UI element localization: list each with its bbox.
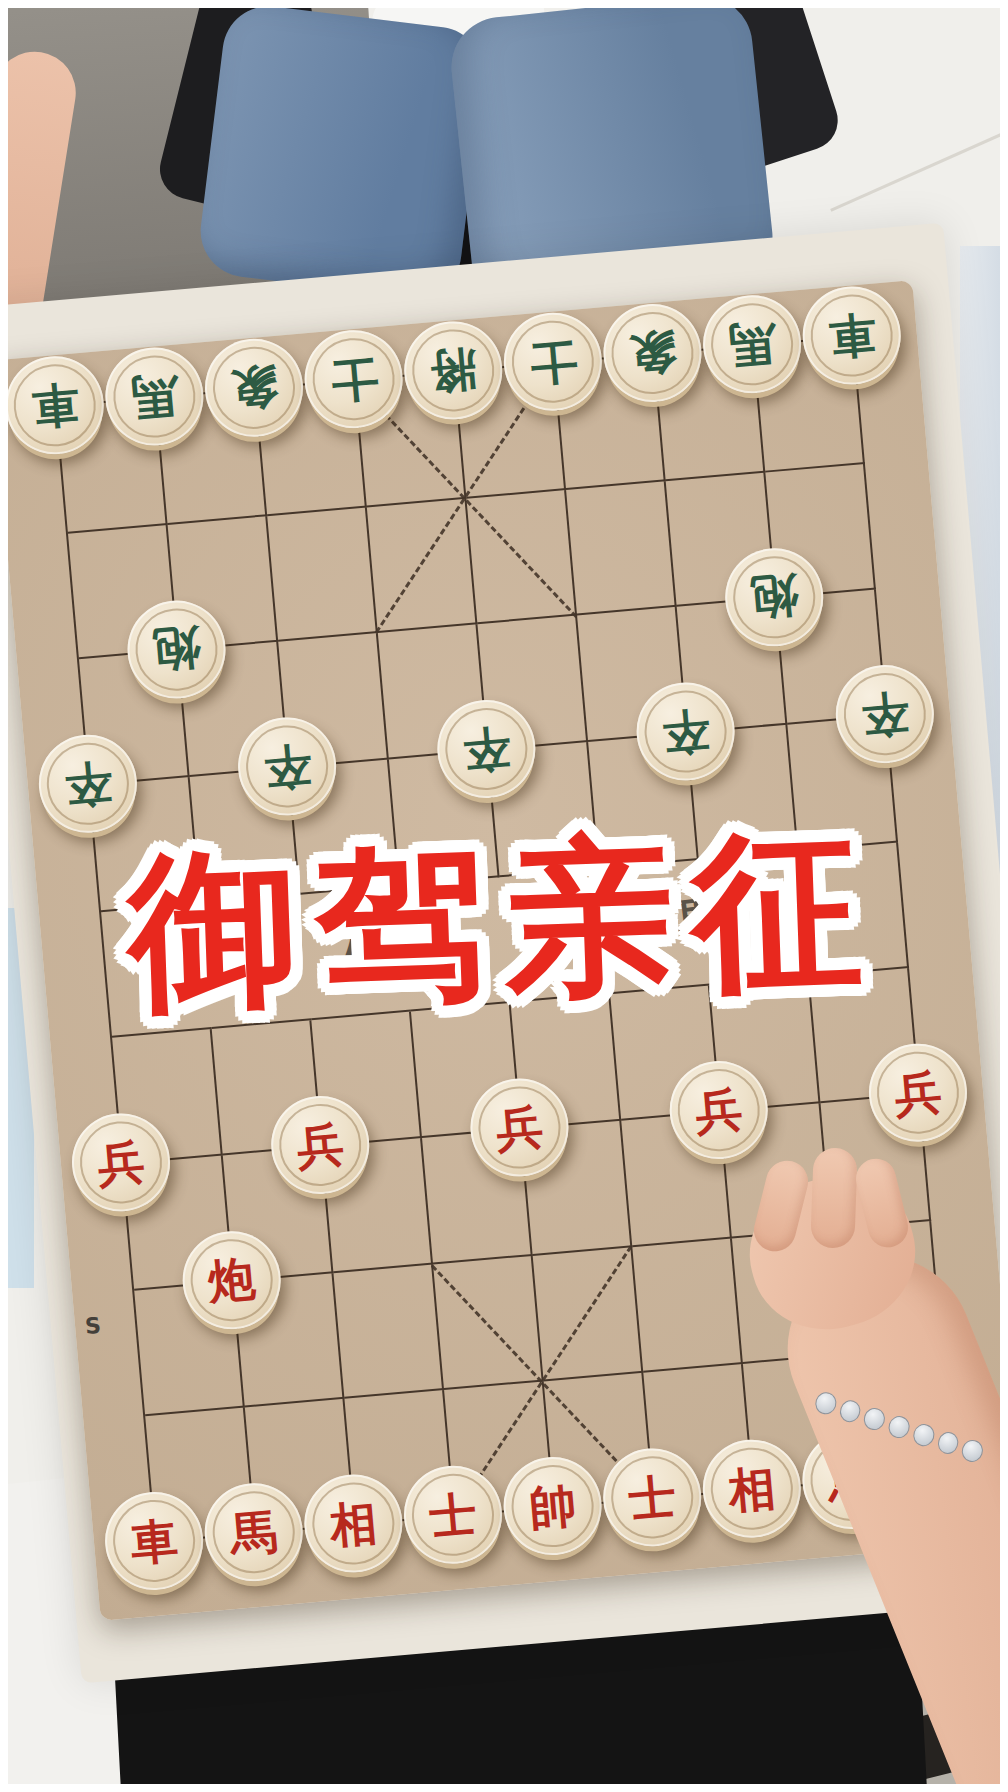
piece-red-cannon[interactable]: 炮 [776, 1175, 882, 1281]
piece-glyph: 炮 [151, 624, 202, 675]
piece-black-advisor[interactable]: 士 [301, 326, 407, 432]
piece-red-soldier[interactable]: 兵 [466, 1075, 572, 1181]
piece-red-soldier[interactable]: 兵 [267, 1092, 373, 1198]
caption-overlay: 御驾亲征 [8, 791, 1000, 1054]
piece-glyph: 帥 [527, 1481, 578, 1532]
piece-glyph: 將 [428, 345, 479, 396]
piece-glyph: 卒 [262, 741, 313, 792]
piece-glyph: 炮 [206, 1255, 257, 1306]
piece-glyph: 相 [726, 1463, 777, 1514]
piece-glyph: 兵 [96, 1137, 147, 1188]
piece-red-advisor[interactable]: 士 [599, 1445, 705, 1551]
opponent-jeans-left-leg [195, 8, 488, 303]
piece-glyph: 卒 [660, 706, 711, 757]
piece-glyph: 馬 [129, 371, 180, 422]
piece-glyph: 車 [129, 1516, 180, 1567]
piece-red-elephant[interactable]: 相 [699, 1436, 805, 1542]
piece-glyph: 象 [627, 328, 678, 379]
piece-glyph: 兵 [893, 1067, 944, 1118]
piece-black-soldier[interactable]: 卒 [633, 679, 739, 785]
piece-glyph: 士 [527, 337, 578, 388]
piece-glyph: 兵 [295, 1120, 346, 1171]
piece-red-soldier[interactable]: 兵 [68, 1110, 174, 1216]
piece-red-general[interactable]: 帥 [500, 1453, 606, 1559]
piece-black-chariot[interactable]: 車 [8, 353, 108, 459]
piece-glyph: 車 [926, 1446, 977, 1497]
piece-red-horse[interactable]: 馬 [798, 1427, 904, 1533]
piece-black-general[interactable]: 將 [400, 318, 506, 424]
piece-red-chariot[interactable]: 車 [101, 1488, 207, 1594]
piece-glyph: 馬 [826, 1455, 877, 1506]
piece-glyph: 馬 [727, 319, 778, 370]
piece-glyph: 馬 [228, 1507, 279, 1558]
piece-glyph: 卒 [62, 759, 113, 810]
piece-glyph: 卒 [859, 689, 910, 740]
piece-black-horse[interactable]: 馬 [101, 344, 207, 450]
piece-glyph: 士 [428, 1490, 479, 1541]
piece-black-elephant[interactable]: 象 [201, 335, 307, 441]
piece-glyph: 車 [29, 380, 80, 431]
piece-glyph: 卒 [461, 724, 512, 775]
piece-glyph: 炮 [749, 572, 800, 623]
piece-black-advisor[interactable]: 士 [500, 309, 606, 415]
piece-red-soldier[interactable]: 兵 [666, 1057, 772, 1163]
piece-black-chariot[interactable]: 車 [799, 283, 905, 389]
piece-red-horse[interactable]: 馬 [201, 1479, 307, 1585]
caption-text: 御驾亲征 [125, 808, 883, 1032]
piece-black-soldier[interactable]: 卒 [234, 714, 340, 820]
piece-red-cannon[interactable]: 炮 [179, 1227, 285, 1333]
piece-black-soldier[interactable]: 卒 [832, 661, 938, 767]
piece-glyph: 士 [328, 354, 379, 405]
piece-black-horse[interactable]: 馬 [699, 292, 805, 398]
piece-glyph: 象 [229, 363, 280, 414]
piece-red-soldier[interactable]: 兵 [865, 1040, 971, 1146]
piece-glyph: 兵 [693, 1085, 744, 1136]
piece-red-elephant[interactable]: 相 [300, 1471, 406, 1577]
piece-black-soldier[interactable]: 卒 [433, 696, 539, 802]
piece-red-advisor[interactable]: 士 [400, 1462, 506, 1568]
scene: 楚 河 汉 界 S 車馬象士將士象馬車炮炮卒卒卒卒卒兵兵兵兵兵炮炮車馬相士帥士相… [8, 8, 1000, 1784]
piece-black-elephant[interactable]: 象 [599, 300, 705, 406]
piece-glyph: 炮 [804, 1202, 855, 1253]
piece-glyph: 士 [627, 1472, 678, 1523]
piece-glyph: 車 [826, 310, 877, 361]
piece-black-cannon[interactable]: 炮 [721, 544, 827, 650]
piece-glyph: 兵 [494, 1102, 545, 1153]
piece-glyph: 相 [328, 1498, 379, 1549]
piece-black-cannon[interactable]: 炮 [123, 596, 229, 702]
piece-red-chariot[interactable]: 車 [898, 1418, 1000, 1524]
